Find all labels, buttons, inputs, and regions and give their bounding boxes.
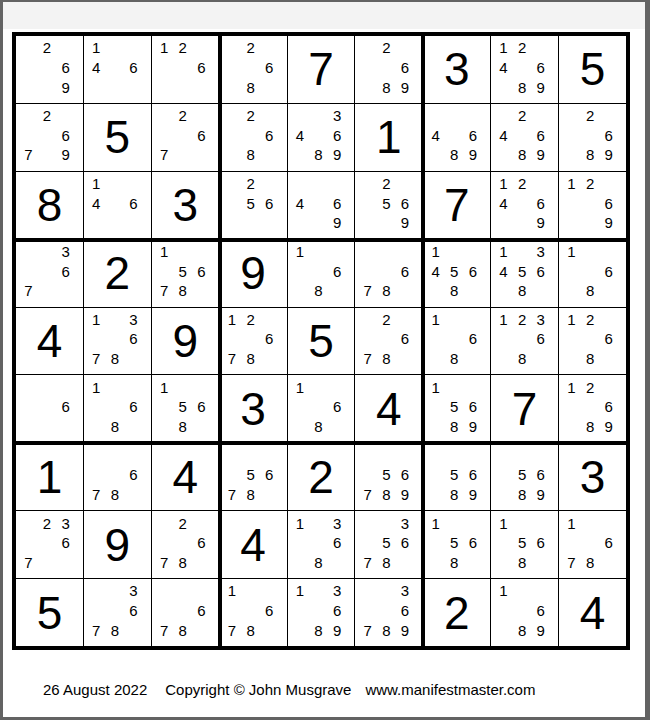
- cell-r5c2[interactable]: 13678: [84, 308, 151, 375]
- cell-r7c6[interactable]: 56789: [355, 443, 422, 510]
- cell-r2c2[interactable]: 5: [84, 104, 151, 171]
- candidate-digit: 9: [531, 77, 550, 97]
- cell-r6c2[interactable]: 168: [84, 375, 151, 442]
- candidate-digit: [192, 552, 211, 572]
- cell-r8c7[interactable]: 1568: [423, 511, 490, 578]
- candidate-digit: 4: [87, 193, 106, 213]
- candidate-digit: 1: [494, 174, 513, 194]
- candidate-digit: 7: [358, 552, 377, 572]
- cell-r7c2[interactable]: 678: [84, 443, 151, 510]
- cell-r7c5[interactable]: 2: [288, 443, 355, 510]
- candidate-digit: 4: [494, 58, 513, 78]
- candidate-digit: 8: [445, 485, 464, 505]
- candidate-grid: 13678: [84, 308, 151, 375]
- cell-r2c5[interactable]: 34689: [288, 104, 355, 171]
- candidate-digit: [445, 513, 464, 533]
- candidate-digit: 3: [124, 310, 143, 330]
- candidate-digit: [87, 329, 106, 349]
- candidate-digit: [223, 445, 242, 465]
- cell-r5c4[interactable]: 12678: [220, 308, 287, 375]
- candidate-digit: [291, 552, 310, 572]
- candidate-digit: [291, 106, 310, 126]
- cell-r6c4[interactable]: 3: [220, 375, 287, 442]
- cell-r2c1[interactable]: 2679: [16, 104, 83, 171]
- candidate-digit: [56, 106, 75, 126]
- candidate-digit: 3: [124, 581, 143, 601]
- candidate-digit: [426, 349, 445, 369]
- candidate-digit: 1: [291, 581, 310, 601]
- cell-r9c5[interactable]: 13689: [288, 579, 355, 646]
- candidate-digit: 9: [328, 145, 347, 165]
- candidate-digit: [513, 329, 532, 349]
- cell-r2c4[interactable]: 268: [220, 104, 287, 171]
- candidate-digit: [581, 242, 600, 262]
- cell-r2c6[interactable]: 1: [355, 104, 422, 171]
- candidate-digit: 6: [328, 193, 347, 213]
- candidate-digit: 3: [56, 242, 75, 262]
- candidate-digit: 1: [291, 377, 310, 397]
- candidate-digit: 8: [241, 485, 260, 505]
- cell-r9c7[interactable]: 2: [423, 579, 490, 646]
- candidate-digit: 2: [377, 38, 396, 58]
- candidate-digit: [223, 174, 242, 194]
- cell-r7c3[interactable]: 4: [152, 443, 219, 510]
- candidate-digit: 6: [260, 465, 279, 485]
- big-digit: 5: [37, 590, 63, 636]
- candidate-grid: 1268: [559, 308, 626, 375]
- footer: 26 August 2022Copyright © John Musgravew…: [43, 681, 535, 698]
- candidate-digit: 1: [494, 242, 513, 262]
- candidate-digit: 2: [581, 106, 600, 126]
- cell-r1c9[interactable]: 5: [559, 36, 626, 103]
- candidate-digit: [192, 242, 211, 262]
- candidate-digit: [426, 533, 445, 553]
- candidate-grid: 146: [84, 36, 151, 103]
- cell-r8c9[interactable]: 1678: [559, 511, 626, 578]
- candidate-digit: 6: [192, 126, 211, 146]
- cell-r2c7[interactable]: 4689: [423, 104, 490, 171]
- candidate-digit: 6: [396, 193, 415, 213]
- candidate-digit: 8: [445, 281, 464, 301]
- cell-r3c3[interactable]: 3: [152, 172, 219, 239]
- candidate-digit: [358, 581, 377, 601]
- cell-r4c8[interactable]: 134568: [491, 240, 558, 307]
- cell-r3c4[interactable]: 256: [220, 172, 287, 239]
- candidate-digit: [106, 193, 125, 213]
- candidate-digit: [106, 397, 125, 417]
- candidate-digit: 7: [223, 349, 242, 369]
- candidate-digit: [124, 485, 143, 505]
- candidate-grid: 269: [16, 36, 83, 103]
- candidate-grid: 146: [84, 172, 151, 239]
- candidate-digit: 5: [445, 397, 464, 417]
- candidate-digit: [531, 581, 550, 601]
- candidate-digit: 5: [513, 261, 532, 281]
- candidate-digit: [494, 145, 513, 165]
- cell-r7c9[interactable]: 3: [559, 443, 626, 510]
- candidate-digit: 9: [56, 145, 75, 165]
- cell-r2c9[interactable]: 2689: [559, 104, 626, 171]
- cell-r7c1[interactable]: 1: [16, 443, 83, 510]
- candidate-digit: [562, 261, 581, 281]
- candidate-digit: [56, 38, 75, 58]
- candidate-digit: [192, 145, 211, 165]
- candidate-digit: [445, 445, 464, 465]
- candidate-digit: 7: [19, 552, 38, 572]
- candidate-digit: [124, 377, 143, 397]
- cell-r5c8[interactable]: 12368: [491, 308, 558, 375]
- cell-r7c7[interactable]: 5689: [423, 443, 490, 510]
- candidate-digit: [494, 77, 513, 97]
- cell-r8c8[interactable]: 1568: [491, 511, 558, 578]
- cell-r8c2[interactable]: 9: [84, 511, 151, 578]
- cell-r6c5[interactable]: 168: [288, 375, 355, 442]
- candidate-digit: 2: [513, 106, 532, 126]
- candidate-digit: [19, 77, 38, 97]
- candidate-grid: 2689: [559, 104, 626, 171]
- candidate-digit: 5: [241, 465, 260, 485]
- candidate-digit: [38, 281, 57, 301]
- candidate-digit: [192, 377, 211, 397]
- big-digit: 5: [580, 46, 606, 92]
- candidate-digit: [599, 281, 618, 301]
- candidate-digit: [309, 174, 328, 194]
- big-digit: 7: [444, 182, 470, 228]
- candidate-digit: [192, 281, 211, 301]
- candidate-grid: 2569: [355, 172, 422, 239]
- candidate-digit: [87, 445, 106, 465]
- candidate-digit: [358, 174, 377, 194]
- cell-r6c9[interactable]: 12689: [559, 375, 626, 442]
- candidate-digit: 7: [358, 281, 377, 301]
- candidate-digit: [358, 58, 377, 78]
- candidate-digit: 7: [19, 145, 38, 165]
- cell-r9c9[interactable]: 4: [559, 579, 626, 646]
- candidate-digit: [260, 581, 279, 601]
- candidate-digit: 4: [291, 193, 310, 213]
- candidate-digit: 6: [56, 126, 75, 146]
- candidate-digit: 6: [396, 261, 415, 281]
- candidate-digit: 6: [260, 58, 279, 78]
- candidate-digit: [464, 445, 483, 465]
- candidate-digit: 8: [173, 552, 192, 572]
- candidate-digit: 8: [106, 417, 125, 437]
- candidate-digit: 3: [328, 513, 347, 533]
- big-digit: 7: [308, 46, 334, 92]
- candidate-digit: [494, 485, 513, 505]
- candidate-digit: 8: [106, 485, 125, 505]
- candidate-digit: 1: [426, 513, 445, 533]
- candidate-digit: [87, 213, 106, 233]
- candidate-digit: [358, 513, 377, 533]
- candidate-digit: [87, 465, 106, 485]
- candidate-digit: [531, 445, 550, 465]
- big-digit: 5: [105, 114, 131, 160]
- candidate-digit: [494, 445, 513, 465]
- candidate-digit: 6: [396, 601, 415, 621]
- cell-r6c1[interactable]: 6: [16, 375, 83, 442]
- candidate-digit: [291, 261, 310, 281]
- cell-r5c7[interactable]: 168: [423, 308, 490, 375]
- candidate-digit: [599, 310, 618, 330]
- cell-r9c8[interactable]: 1689: [491, 579, 558, 646]
- candidate-digit: 8: [445, 349, 464, 369]
- candidate-digit: [223, 601, 242, 621]
- candidate-digit: [223, 38, 242, 58]
- candidate-digit: 9: [464, 485, 483, 505]
- candidate-digit: [192, 77, 211, 97]
- cell-r5c9[interactable]: 1268: [559, 308, 626, 375]
- candidate-digit: 9: [531, 485, 550, 505]
- candidate-digit: [260, 38, 279, 58]
- candidate-digit: [260, 620, 279, 640]
- candidate-digit: [38, 261, 57, 281]
- cell-r3c7[interactable]: 7: [423, 172, 490, 239]
- candidate-digit: 6: [531, 193, 550, 213]
- candidate-digit: [38, 126, 57, 146]
- cell-r4c3[interactable]: 15678: [152, 240, 219, 307]
- candidate-digit: 9: [599, 213, 618, 233]
- candidate-digit: [260, 106, 279, 126]
- candidate-digit: 6: [464, 329, 483, 349]
- candidate-digit: 7: [155, 620, 174, 640]
- candidate-digit: 2: [241, 174, 260, 194]
- candidate-digit: [581, 261, 600, 281]
- candidate-digit: 5: [173, 261, 192, 281]
- candidate-digit: [358, 533, 377, 553]
- cell-r4c9[interactable]: 168: [559, 240, 626, 307]
- candidate-digit: [192, 38, 211, 58]
- candidate-digit: [445, 126, 464, 146]
- candidate-digit: 7: [223, 485, 242, 505]
- candidate-digit: [328, 417, 347, 437]
- candidate-digit: 8: [309, 145, 328, 165]
- cell-r8c4[interactable]: 4: [220, 511, 287, 578]
- candidate-digit: [241, 329, 260, 349]
- candidate-digit: [494, 281, 513, 301]
- candidate-digit: 5: [377, 465, 396, 485]
- candidate-digit: [581, 397, 600, 417]
- candidate-digit: [38, 533, 57, 553]
- candidate-digit: [562, 145, 581, 165]
- cell-r5c1[interactable]: 4: [16, 308, 83, 375]
- candidate-digit: 6: [531, 261, 550, 281]
- candidate-digit: [494, 213, 513, 233]
- cell-r7c4[interactable]: 5678: [220, 443, 287, 510]
- candidate-digit: 9: [464, 417, 483, 437]
- candidate-digit: 5: [513, 465, 532, 485]
- candidate-digit: 2: [173, 513, 192, 533]
- candidate-digit: [426, 417, 445, 437]
- candidate-grid: 5689: [491, 443, 558, 510]
- candidate-digit: 8: [581, 552, 600, 572]
- candidate-grid: 1568: [423, 511, 490, 578]
- candidate-digit: 1: [291, 513, 310, 533]
- candidate-digit: [38, 552, 57, 572]
- cell-r1c1[interactable]: 269: [16, 36, 83, 103]
- cell-r5c3[interactable]: 9: [152, 308, 219, 375]
- candidate-digit: 3: [531, 242, 550, 262]
- candidate-digit: [531, 106, 550, 126]
- candidate-digit: [309, 513, 328, 533]
- cell-r4c6[interactable]: 678: [355, 240, 422, 307]
- cell-r9c3[interactable]: 678: [152, 579, 219, 646]
- candidate-digit: [358, 193, 377, 213]
- candidate-digit: [38, 377, 57, 397]
- cell-r4c5[interactable]: 168: [288, 240, 355, 307]
- candidate-digit: [562, 126, 581, 146]
- candidate-digit: 6: [396, 533, 415, 553]
- candidate-digit: 1: [562, 174, 581, 194]
- candidate-digit: [328, 174, 347, 194]
- candidate-digit: [309, 377, 328, 397]
- footer-date: 26 August 2022: [43, 681, 147, 698]
- candidate-grid: 367: [16, 240, 83, 307]
- candidate-digit: [38, 145, 57, 165]
- cell-r4c2[interactable]: 2: [84, 240, 151, 307]
- cell-r2c8[interactable]: 24689: [491, 104, 558, 171]
- cell-r9c6[interactable]: 36789: [355, 579, 422, 646]
- candidate-digit: 2: [377, 174, 396, 194]
- candidate-digit: 6: [192, 261, 211, 281]
- candidate-digit: 6: [328, 397, 347, 417]
- cell-r3c1[interactable]: 8: [16, 172, 83, 239]
- cell-r7c8[interactable]: 5689: [491, 443, 558, 510]
- cell-r6c8[interactable]: 7: [491, 375, 558, 442]
- candidate-digit: [328, 377, 347, 397]
- candidate-digit: 6: [192, 58, 211, 78]
- cell-r6c6[interactable]: 4: [355, 375, 422, 442]
- candidate-grid: 168: [423, 308, 490, 375]
- candidate-digit: 6: [260, 193, 279, 213]
- cell-r1c7[interactable]: 3: [423, 36, 490, 103]
- candidate-digit: [426, 552, 445, 572]
- candidate-digit: [531, 349, 550, 369]
- candidate-digit: [155, 581, 174, 601]
- cell-r3c6[interactable]: 2569: [355, 172, 422, 239]
- cell-r3c5[interactable]: 469: [288, 172, 355, 239]
- candidate-digit: 8: [377, 77, 396, 97]
- box-separator-line: [16, 238, 626, 242]
- candidate-digit: [309, 397, 328, 417]
- candidate-digit: [377, 513, 396, 533]
- big-digit: 4: [376, 386, 402, 432]
- candidate-digit: [464, 310, 483, 330]
- candidate-grid: 1678: [559, 511, 626, 578]
- big-digit: 2: [105, 250, 131, 296]
- cell-r1c8[interactable]: 124689: [491, 36, 558, 103]
- candidate-digit: 1: [562, 377, 581, 397]
- window-frame-right: [645, 0, 650, 720]
- candidate-digit: 3: [396, 581, 415, 601]
- candidate-digit: 9: [531, 620, 550, 640]
- candidate-digit: [38, 242, 57, 262]
- cell-r3c9[interactable]: 1269: [559, 172, 626, 239]
- candidate-digit: 1: [494, 581, 513, 601]
- candidate-digit: 9: [56, 77, 75, 97]
- cell-r3c2[interactable]: 146: [84, 172, 151, 239]
- cell-r2c3[interactable]: 267: [152, 104, 219, 171]
- candidate-digit: [173, 601, 192, 621]
- candidate-digit: [106, 377, 125, 397]
- candidate-digit: 2: [241, 38, 260, 58]
- candidate-digit: 6: [531, 58, 550, 78]
- cell-r1c6[interactable]: 2689: [355, 36, 422, 103]
- cell-r9c4[interactable]: 1678: [220, 579, 287, 646]
- candidate-digit: [173, 58, 192, 78]
- candidate-digit: [377, 601, 396, 621]
- candidate-digit: [426, 397, 445, 417]
- candidate-digit: [19, 126, 38, 146]
- cell-r6c7[interactable]: 15689: [423, 375, 490, 442]
- candidate-digit: 7: [155, 145, 174, 165]
- cell-r4c7[interactable]: 14568: [423, 240, 490, 307]
- candidate-digit: [291, 601, 310, 621]
- cell-r3c8[interactable]: 12469: [491, 172, 558, 239]
- candidate-digit: 2: [513, 174, 532, 194]
- candidate-digit: 6: [260, 126, 279, 146]
- cell-r5c5[interactable]: 5: [288, 308, 355, 375]
- cell-r8c3[interactable]: 2678: [152, 511, 219, 578]
- cell-r8c6[interactable]: 35678: [355, 511, 422, 578]
- candidate-digit: 4: [494, 261, 513, 281]
- cell-r1c5[interactable]: 7: [288, 36, 355, 103]
- candidate-grid: 13689: [288, 579, 355, 646]
- candidate-digit: 7: [87, 349, 106, 369]
- candidate-digit: [19, 397, 38, 417]
- cell-r9c1[interactable]: 5: [16, 579, 83, 646]
- candidate-digit: [513, 58, 532, 78]
- candidate-digit: [445, 329, 464, 349]
- candidate-digit: 8: [513, 485, 532, 505]
- candidate-digit: 8: [581, 281, 600, 301]
- candidate-digit: [562, 397, 581, 417]
- candidate-digit: [562, 106, 581, 126]
- candidate-digit: [358, 601, 377, 621]
- candidate-digit: 1: [494, 38, 513, 58]
- candidate-digit: 6: [124, 58, 143, 78]
- cell-r1c4[interactable]: 268: [220, 36, 287, 103]
- candidate-digit: [291, 397, 310, 417]
- candidate-digit: [377, 213, 396, 233]
- cell-r4c4[interactable]: 9: [220, 240, 287, 307]
- candidate-digit: [223, 213, 242, 233]
- candidate-digit: [358, 38, 377, 58]
- candidate-digit: [192, 581, 211, 601]
- cell-r4c1[interactable]: 367: [16, 240, 83, 307]
- cell-r6c3[interactable]: 1568: [152, 375, 219, 442]
- box-separator-line: [421, 36, 425, 646]
- big-digit: 2: [308, 454, 334, 500]
- cell-r9c2[interactable]: 3678: [84, 579, 151, 646]
- candidate-digit: 6: [599, 397, 618, 417]
- cell-r5c6[interactable]: 2678: [355, 308, 422, 375]
- cell-r1c3[interactable]: 126: [152, 36, 219, 103]
- cell-r1c2[interactable]: 146: [84, 36, 151, 103]
- candidate-digit: [260, 213, 279, 233]
- candidate-digit: 8: [377, 552, 396, 572]
- cell-r8c5[interactable]: 1368: [288, 511, 355, 578]
- candidate-digit: 8: [513, 281, 532, 301]
- candidate-digit: [377, 242, 396, 262]
- candidate-digit: [531, 281, 550, 301]
- candidate-digit: 1: [223, 310, 242, 330]
- cell-r8c1[interactable]: 2367: [16, 511, 83, 578]
- candidate-digit: 8: [377, 620, 396, 640]
- candidate-digit: [192, 513, 211, 533]
- candidate-digit: [396, 38, 415, 58]
- candidate-grid: 678: [152, 579, 219, 646]
